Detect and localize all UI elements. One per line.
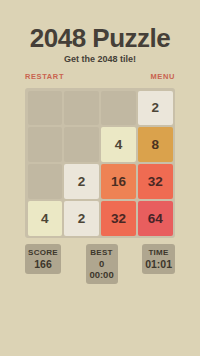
empty-cell	[64, 91, 98, 125]
board-grid[interactable]: 24821632423264	[25, 88, 175, 238]
page-title: 2048 Puzzle	[0, 23, 200, 53]
tile-64: 64	[138, 201, 172, 235]
time-label: TIME	[145, 248, 172, 258]
toolbar: RESTART MENU	[25, 72, 175, 81]
page-subtitle: Get the 2048 tile!	[0, 53, 200, 65]
menu-button[interactable]: MENU	[151, 72, 175, 81]
tile-8: 8	[138, 127, 172, 161]
time-value: 01:01	[145, 258, 172, 270]
tile-4: 4	[101, 127, 135, 161]
empty-cell	[28, 91, 62, 125]
empty-cell	[64, 127, 98, 161]
restart-button[interactable]: RESTART	[25, 72, 64, 81]
score-box: SCORE 166	[25, 244, 61, 274]
score-value: 166	[28, 258, 58, 270]
best-box: BEST 0 00:00	[86, 244, 118, 284]
best-time-value: 00:00	[89, 269, 115, 280]
tile-16: 16	[101, 164, 135, 198]
tile-4: 4	[28, 201, 62, 235]
empty-cell	[28, 164, 62, 198]
empty-cell	[101, 91, 135, 125]
tile-2: 2	[138, 91, 172, 125]
status-row: SCORE 166 BEST 0 00:00 TIME 01:01	[25, 244, 175, 284]
time-box: TIME 01:01	[142, 244, 175, 274]
tile-2: 2	[64, 201, 98, 235]
empty-cell	[28, 127, 62, 161]
tile-32: 32	[138, 164, 172, 198]
tile-2: 2	[64, 164, 98, 198]
tile-32: 32	[101, 201, 135, 235]
score-label: SCORE	[28, 248, 58, 258]
best-score-value: 0	[89, 258, 115, 269]
best-label: BEST	[89, 248, 115, 258]
